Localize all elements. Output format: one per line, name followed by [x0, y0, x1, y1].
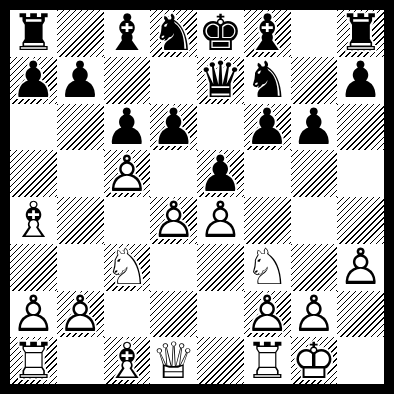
square-d3[interactable] — [150, 244, 197, 291]
black-pawn-piece: ♟ — [197, 150, 244, 197]
black-pawn-halo: ♟ — [150, 104, 197, 151]
square-a6[interactable] — [10, 104, 57, 151]
square-f1[interactable]: ♜♖ — [244, 337, 291, 384]
white-queen-halo: ♛ — [150, 337, 197, 384]
white-pawn-halo: ♟ — [10, 291, 57, 338]
black-pawn-piece: ♟ — [337, 57, 384, 104]
square-h5[interactable] — [337, 150, 384, 197]
square-g3[interactable] — [291, 244, 338, 291]
black-knight-halo: ♞ — [150, 10, 197, 57]
white-pawn-halo: ♟ — [244, 291, 291, 338]
square-h8[interactable]: ♜♜ — [337, 10, 384, 57]
black-bishop-piece: ♝ — [104, 10, 151, 57]
white-pawn-halo: ♟ — [197, 197, 244, 244]
square-c6[interactable]: ♟♟ — [104, 104, 151, 151]
white-knight-piece: ♘ — [244, 244, 291, 291]
square-e2[interactable] — [197, 291, 244, 338]
square-c3[interactable]: ♞♘ — [104, 244, 151, 291]
square-e4[interactable]: ♟♙ — [197, 197, 244, 244]
square-d1[interactable]: ♛♕ — [150, 337, 197, 384]
square-f2[interactable]: ♟♙ — [244, 291, 291, 338]
white-queen-piece: ♕ — [150, 337, 197, 384]
square-h4[interactable] — [337, 197, 384, 244]
white-pawn-halo: ♟ — [104, 150, 151, 197]
black-rook-halo: ♜ — [337, 10, 384, 57]
square-f3[interactable]: ♞♘ — [244, 244, 291, 291]
black-rook-halo: ♜ — [10, 10, 57, 57]
chess-board-frame: ♜♜♝♝♞♞♚♚♝♝♜♜♟♟♟♟♛♛♞♞♟♟♟♟♟♟♟♟♟♟♟♙♟♟♝♗♟♙♟♙… — [0, 0, 394, 394]
square-a4[interactable]: ♝♗ — [10, 197, 57, 244]
square-d4[interactable]: ♟♙ — [150, 197, 197, 244]
square-g2[interactable]: ♟♙ — [291, 291, 338, 338]
white-bishop-piece: ♗ — [10, 197, 57, 244]
white-pawn-piece: ♙ — [337, 244, 384, 291]
black-queen-halo: ♛ — [197, 57, 244, 104]
square-b1[interactable] — [57, 337, 104, 384]
white-king-halo: ♚ — [291, 337, 338, 384]
white-rook-halo: ♜ — [244, 337, 291, 384]
square-c8[interactable]: ♝♝ — [104, 10, 151, 57]
white-rook-piece: ♖ — [10, 337, 57, 384]
black-pawn-piece: ♟ — [244, 104, 291, 151]
square-g8[interactable] — [291, 10, 338, 57]
white-pawn-piece: ♙ — [10, 291, 57, 338]
square-e6[interactable] — [197, 104, 244, 151]
square-h6[interactable] — [337, 104, 384, 151]
square-h2[interactable] — [337, 291, 384, 338]
square-f6[interactable]: ♟♟ — [244, 104, 291, 151]
black-pawn-piece: ♟ — [291, 104, 338, 151]
white-rook-piece: ♖ — [244, 337, 291, 384]
square-b7[interactable]: ♟♟ — [57, 57, 104, 104]
square-g7[interactable] — [291, 57, 338, 104]
white-pawn-piece: ♙ — [291, 291, 338, 338]
square-b2[interactable]: ♟♙ — [57, 291, 104, 338]
black-pawn-halo: ♟ — [57, 57, 104, 104]
square-d8[interactable]: ♞♞ — [150, 10, 197, 57]
white-knight-halo: ♞ — [104, 244, 151, 291]
white-pawn-piece: ♙ — [197, 197, 244, 244]
white-pawn-halo: ♟ — [337, 244, 384, 291]
black-pawn-piece: ♟ — [57, 57, 104, 104]
white-pawn-piece: ♙ — [104, 150, 151, 197]
square-h3[interactable]: ♟♙ — [337, 244, 384, 291]
square-b8[interactable] — [57, 10, 104, 57]
black-rook-piece: ♜ — [10, 10, 57, 57]
black-king-piece: ♚ — [197, 10, 244, 57]
white-pawn-piece: ♙ — [150, 197, 197, 244]
square-e1[interactable] — [197, 337, 244, 384]
square-a2[interactable]: ♟♙ — [10, 291, 57, 338]
square-c7[interactable] — [104, 57, 151, 104]
chess-board: ♜♜♝♝♞♞♚♚♝♝♜♜♟♟♟♟♛♛♞♞♟♟♟♟♟♟♟♟♟♟♟♙♟♟♝♗♟♙♟♙… — [10, 10, 384, 384]
black-bishop-halo: ♝ — [104, 10, 151, 57]
black-pawn-piece: ♟ — [150, 104, 197, 151]
black-pawn-halo: ♟ — [10, 57, 57, 104]
square-f8[interactable]: ♝♝ — [244, 10, 291, 57]
square-a8[interactable]: ♜♜ — [10, 10, 57, 57]
square-f7[interactable]: ♞♞ — [244, 57, 291, 104]
white-bishop-halo: ♝ — [104, 337, 151, 384]
black-pawn-halo: ♟ — [291, 104, 338, 151]
square-a1[interactable]: ♜♖ — [10, 337, 57, 384]
square-g6[interactable]: ♟♟ — [291, 104, 338, 151]
square-g5[interactable] — [291, 150, 338, 197]
black-bishop-piece: ♝ — [244, 10, 291, 57]
square-g1[interactable]: ♚♔ — [291, 337, 338, 384]
black-bishop-halo: ♝ — [244, 10, 291, 57]
white-king-piece: ♔ — [291, 337, 338, 384]
square-d6[interactable]: ♟♟ — [150, 104, 197, 151]
square-b5[interactable] — [57, 150, 104, 197]
square-a5[interactable] — [10, 150, 57, 197]
white-bishop-piece: ♗ — [104, 337, 151, 384]
black-pawn-halo: ♟ — [244, 104, 291, 151]
square-h1[interactable] — [337, 337, 384, 384]
black-pawn-halo: ♟ — [104, 104, 151, 151]
white-knight-halo: ♞ — [244, 244, 291, 291]
square-b3[interactable] — [57, 244, 104, 291]
square-e8[interactable]: ♚♚ — [197, 10, 244, 57]
square-e3[interactable] — [197, 244, 244, 291]
square-f5[interactable] — [244, 150, 291, 197]
square-d5[interactable] — [150, 150, 197, 197]
square-g4[interactable] — [291, 197, 338, 244]
black-pawn-piece: ♟ — [10, 57, 57, 104]
square-d7[interactable] — [150, 57, 197, 104]
square-e7[interactable]: ♛♛ — [197, 57, 244, 104]
white-pawn-piece: ♙ — [244, 291, 291, 338]
square-c2[interactable] — [104, 291, 151, 338]
square-a3[interactable] — [10, 244, 57, 291]
square-d2[interactable] — [150, 291, 197, 338]
white-pawn-halo: ♟ — [57, 291, 104, 338]
black-queen-piece: ♛ — [197, 57, 244, 104]
black-king-halo: ♚ — [197, 10, 244, 57]
black-pawn-piece: ♟ — [104, 104, 151, 151]
white-pawn-piece: ♙ — [57, 291, 104, 338]
white-knight-piece: ♘ — [104, 244, 151, 291]
square-c1[interactable]: ♝♗ — [104, 337, 151, 384]
black-pawn-halo: ♟ — [197, 150, 244, 197]
black-pawn-halo: ♟ — [337, 57, 384, 104]
black-knight-piece: ♞ — [150, 10, 197, 57]
black-knight-halo: ♞ — [244, 57, 291, 104]
square-b4[interactable] — [57, 197, 104, 244]
black-knight-piece: ♞ — [244, 57, 291, 104]
square-f4[interactable] — [244, 197, 291, 244]
white-bishop-halo: ♝ — [10, 197, 57, 244]
black-rook-piece: ♜ — [337, 10, 384, 57]
white-pawn-halo: ♟ — [291, 291, 338, 338]
square-e5[interactable]: ♟♟ — [197, 150, 244, 197]
square-a7[interactable]: ♟♟ — [10, 57, 57, 104]
square-b6[interactable] — [57, 104, 104, 151]
square-h7[interactable]: ♟♟ — [337, 57, 384, 104]
white-pawn-halo: ♟ — [150, 197, 197, 244]
square-c4[interactable] — [104, 197, 151, 244]
square-c5[interactable]: ♟♙ — [104, 150, 151, 197]
white-rook-halo: ♜ — [10, 337, 57, 384]
